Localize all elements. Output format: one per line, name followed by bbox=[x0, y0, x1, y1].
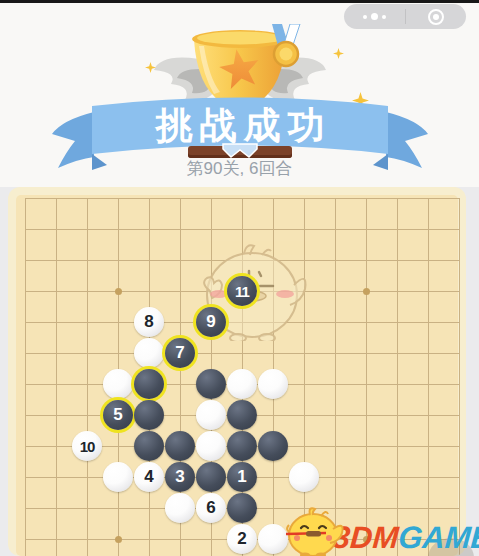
stone-white bbox=[165, 493, 195, 523]
banner-subtitle: 第90关, 6回合 bbox=[0, 157, 479, 180]
stone-black-3: 3 bbox=[165, 462, 195, 492]
stone-black bbox=[196, 462, 226, 492]
home-button[interactable] bbox=[406, 4, 467, 29]
stone-black bbox=[227, 400, 257, 430]
stones-layer: 1189751043162 bbox=[25, 198, 460, 556]
board-frame: 1189751043162 bbox=[8, 187, 466, 556]
stone-white-2: 2 bbox=[227, 524, 257, 554]
status-strip bbox=[0, 0, 479, 3]
stone-black-5: 5 bbox=[103, 400, 133, 430]
stone-black-11: 11 bbox=[227, 276, 257, 306]
ribbon-notch-icon bbox=[222, 143, 258, 158]
stone-white bbox=[196, 400, 226, 430]
stone-white bbox=[103, 462, 133, 492]
stone-black bbox=[258, 431, 288, 461]
stone-black-7: 7 bbox=[165, 338, 195, 368]
app-screen: 挑战成功 第90关, 6回合 bbox=[0, 0, 479, 556]
watermark: 3DMGAME bbox=[332, 520, 479, 556]
stone-black-1: 1 bbox=[227, 462, 257, 492]
watermark-game: GAME bbox=[397, 520, 479, 555]
stone-white bbox=[289, 462, 319, 492]
stone-white bbox=[103, 369, 133, 399]
stone-black bbox=[196, 369, 226, 399]
stone-white bbox=[227, 369, 257, 399]
stone-white-6: 6 bbox=[196, 493, 226, 523]
stone-black bbox=[227, 493, 257, 523]
stone-black bbox=[165, 431, 195, 461]
stone-black bbox=[134, 369, 164, 399]
stone-white-4: 4 bbox=[134, 462, 164, 492]
stone-white bbox=[134, 338, 164, 368]
stone-black bbox=[227, 431, 257, 461]
wechat-capsule bbox=[344, 4, 466, 29]
stone-white-10: 10 bbox=[72, 431, 102, 461]
more-dots-icon bbox=[363, 13, 386, 20]
stone-white bbox=[258, 369, 288, 399]
home-circle-icon bbox=[428, 9, 444, 25]
stone-white bbox=[196, 431, 226, 461]
stone-black bbox=[134, 400, 164, 430]
stone-black bbox=[134, 431, 164, 461]
stone-black-9: 9 bbox=[196, 307, 226, 337]
chick-mascot-icon bbox=[284, 506, 346, 556]
stone-white-8: 8 bbox=[134, 307, 164, 337]
